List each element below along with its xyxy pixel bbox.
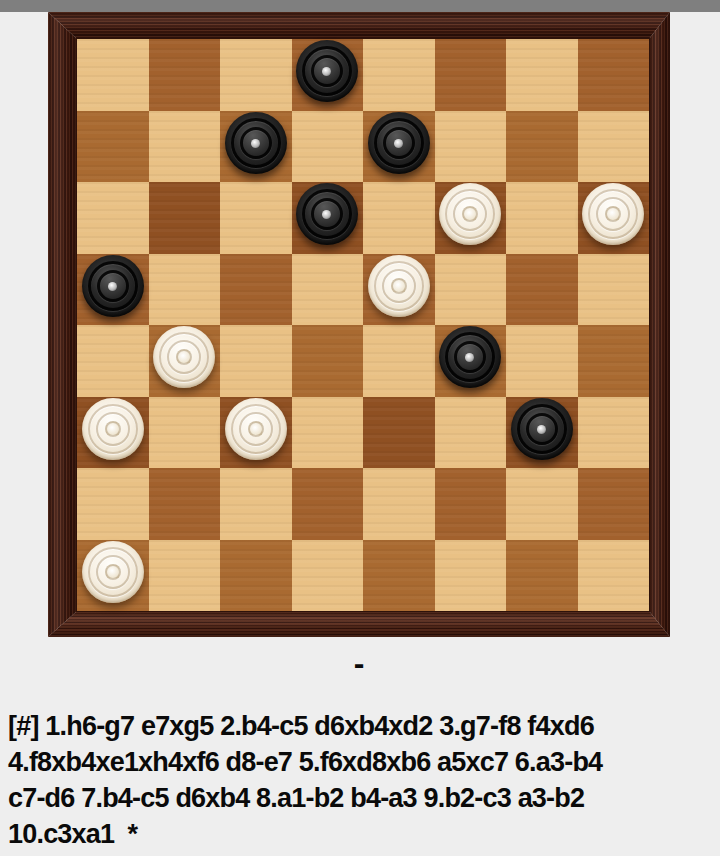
square-d4[interactable] (292, 325, 364, 397)
square-b6[interactable] (149, 182, 221, 254)
piece-black-d6[interactable] (296, 183, 358, 245)
piece-white-b4[interactable] (153, 326, 215, 388)
square-c6[interactable] (220, 182, 292, 254)
piece-black-g3[interactable] (511, 398, 573, 460)
square-e2[interactable] (363, 468, 435, 540)
square-c8[interactable] (220, 39, 292, 111)
square-a8[interactable] (77, 39, 149, 111)
square-d2[interactable] (292, 468, 364, 540)
piece-white-a3[interactable] (82, 398, 144, 460)
square-g2[interactable] (506, 468, 578, 540)
piece-white-e5[interactable] (368, 255, 430, 317)
notation-line-1: [#] 1.h6-g7 e7xg5 2.b4-c5 d6xb4xd2 3.g7-… (8, 708, 712, 744)
piece-black-f4[interactable] (439, 326, 501, 388)
square-d3[interactable] (292, 397, 364, 469)
square-b7[interactable] (149, 111, 221, 183)
square-g4[interactable] (506, 325, 578, 397)
square-h4[interactable] (578, 325, 650, 397)
square-b8[interactable] (149, 39, 221, 111)
square-e6[interactable] (363, 182, 435, 254)
square-e3[interactable] (363, 397, 435, 469)
notation-line-4: 10.c3xa1 * (8, 816, 712, 852)
square-a7[interactable] (77, 111, 149, 183)
move-indicator: - (48, 637, 670, 689)
square-a6[interactable] (77, 182, 149, 254)
square-h3[interactable] (578, 397, 650, 469)
square-g8[interactable] (506, 39, 578, 111)
square-b5[interactable] (149, 254, 221, 326)
square-h1[interactable] (578, 540, 650, 612)
square-g5[interactable] (506, 254, 578, 326)
notation-line-2: 4.f8xb4xe1xh4xf6 d8-e7 5.f6xd8xb6 a5xc7 … (8, 744, 712, 780)
square-f1[interactable] (435, 540, 507, 612)
checkers-board (48, 12, 670, 637)
square-c5[interactable] (220, 254, 292, 326)
square-e1[interactable] (363, 540, 435, 612)
square-f2[interactable] (435, 468, 507, 540)
square-h7[interactable] (578, 111, 650, 183)
square-c4[interactable] (220, 325, 292, 397)
square-c1[interactable] (220, 540, 292, 612)
square-f7[interactable] (435, 111, 507, 183)
square-h5[interactable] (578, 254, 650, 326)
square-a2[interactable] (77, 468, 149, 540)
status-bar (0, 0, 720, 12)
square-d5[interactable] (292, 254, 364, 326)
board-frame-left (48, 12, 77, 637)
square-h8[interactable] (578, 39, 650, 111)
square-d1[interactable] (292, 540, 364, 612)
square-e4[interactable] (363, 325, 435, 397)
square-a4[interactable] (77, 325, 149, 397)
square-c2[interactable] (220, 468, 292, 540)
piece-white-a1[interactable] (82, 541, 144, 603)
square-d7[interactable] (292, 111, 364, 183)
piece-black-c7[interactable] (225, 112, 287, 174)
piece-black-d8[interactable] (296, 40, 358, 102)
square-h2[interactable] (578, 468, 650, 540)
board-frame-right (649, 12, 670, 637)
piece-white-f6[interactable] (439, 183, 501, 245)
board-grid[interactable] (77, 39, 649, 611)
square-g7[interactable] (506, 111, 578, 183)
piece-white-h6[interactable] (582, 183, 644, 245)
piece-black-a5[interactable] (82, 255, 144, 317)
square-g6[interactable] (506, 182, 578, 254)
square-b2[interactable] (149, 468, 221, 540)
piece-black-e7[interactable] (368, 112, 430, 174)
square-f3[interactable] (435, 397, 507, 469)
square-g1[interactable] (506, 540, 578, 612)
square-f8[interactable] (435, 39, 507, 111)
notation-line-3: c7-d6 7.b4-c5 d6xb4 8.a1-b2 b4-a3 9.b2-c… (8, 780, 712, 816)
piece-white-c3[interactable] (225, 398, 287, 460)
square-f5[interactable] (435, 254, 507, 326)
board-frame-bottom (48, 611, 670, 637)
board-frame-top (48, 12, 670, 39)
square-b1[interactable] (149, 540, 221, 612)
notation-panel: [#] 1.h6-g7 e7xg5 2.b4-c5 d6xb4xd2 3.g7-… (0, 700, 720, 852)
square-e8[interactable] (363, 39, 435, 111)
square-b3[interactable] (149, 397, 221, 469)
